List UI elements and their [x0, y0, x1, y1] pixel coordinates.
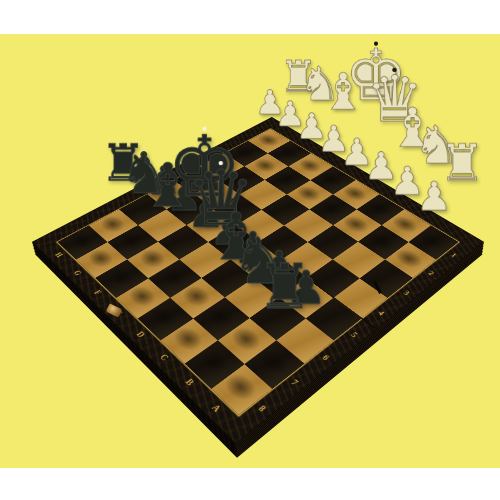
black-rook: ♜ — [233, 258, 336, 317]
product-photo: ABCDEFGH 87654321 ♜♞♝♛♚♝♞♜♟♟♟♟♟♟♟♟♟♟♟♟♟♟… — [0, 0, 500, 500]
piece-shadow — [95, 212, 130, 236]
scene: ABCDEFGH 87654321 ♜♞♝♛♚♝♞♜♟♟♟♟♟♟♟♟♟♟♟♟♟♟… — [0, 0, 500, 500]
studio-backdrop: ABCDEFGH 87654321 ♜♞♝♛♚♝♞♜♟♟♟♟♟♟♟♟♟♟♟♟♟♟… — [0, 34, 500, 468]
board-face: ABCDEFGH 87654321 ♜♞♝♛♚♝♞♜♟♟♟♟♟♟♟♟♟♟♟♟♟♟… — [32, 117, 485, 445]
white-pawn: ♟ — [390, 178, 478, 216]
piece-shadow — [102, 263, 140, 291]
chess-board: ABCDEFGH 87654321 ♜♞♝♛♚♝♞♜♟♟♟♟♟♟♟♟♟♟♟♟♟♟… — [32, 117, 485, 445]
board-grid: ♜♞♝♛♚♝♞♜♟♟♟♟♟♟♟♟♟♟♟♟♟♟♟♟♜♞♝♛♚♝♞♜ — [58, 129, 459, 415]
white-margin-bottom — [0, 468, 500, 500]
